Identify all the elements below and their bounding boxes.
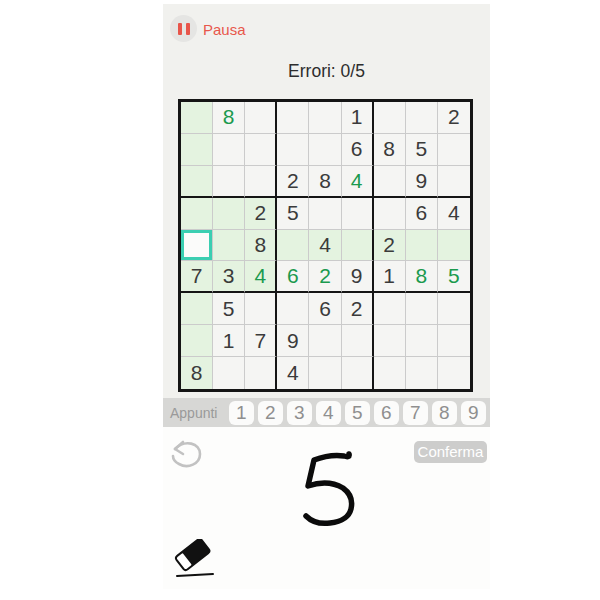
cell-r4c6[interactable]: [342, 198, 374, 230]
cell-r4c7[interactable]: [374, 198, 406, 230]
number-button-1[interactable]: 1: [229, 401, 255, 425]
cell-r8c1[interactable]: [181, 325, 213, 357]
cell-digit: 4: [319, 233, 331, 257]
cell-digit: 4: [254, 264, 266, 288]
cell-r5c2[interactable]: [213, 230, 245, 262]
cell-r7c8[interactable]: [406, 293, 438, 325]
cell-r7c4[interactable]: [277, 293, 309, 325]
cell-r2c2[interactable]: [213, 134, 245, 166]
cell-digit: 8: [254, 233, 266, 257]
cell-r4c9[interactable]: 4: [438, 198, 470, 230]
cell-digit: 9: [351, 264, 363, 288]
number-button-7[interactable]: 7: [403, 401, 429, 425]
cell-digit: 6: [351, 137, 363, 161]
cell-r3c9[interactable]: [438, 166, 470, 198]
cell-r5c5[interactable]: 4: [309, 230, 341, 262]
cell-digit: 4: [351, 169, 363, 193]
cell-r2c1[interactable]: [181, 134, 213, 166]
cell-r9c6[interactable]: [342, 357, 374, 389]
cell-r5c9[interactable]: [438, 230, 470, 262]
errors-counter: Errori: 0/5: [163, 62, 490, 80]
cell-r7c1[interactable]: [181, 293, 213, 325]
cell-digit: 6: [287, 264, 299, 288]
cell-digit: 8: [383, 137, 395, 161]
cell-r7c9[interactable]: [438, 293, 470, 325]
cell-digit: 4: [448, 201, 460, 225]
cell-r8c7[interactable]: [374, 325, 406, 357]
number-bar: Appunti 123456789: [163, 398, 490, 427]
cell-r6c3[interactable]: 4: [245, 261, 277, 293]
board-section: Pausa Errori: 0/5 8126852849256484273462…: [163, 4, 490, 398]
number-button-6[interactable]: 6: [374, 401, 400, 425]
cell-r3c1[interactable]: [181, 166, 213, 198]
cell-r2c8[interactable]: 5: [406, 134, 438, 166]
cell-r9c7[interactable]: [374, 357, 406, 389]
notes-toggle[interactable]: Appunti: [170, 405, 217, 421]
undo-icon[interactable]: [169, 437, 203, 469]
pause-button[interactable]: [170, 15, 197, 42]
cell-r3c4[interactable]: 2: [277, 166, 309, 198]
cell-digit: 5: [415, 137, 427, 161]
cell-r2c9[interactable]: [438, 134, 470, 166]
cell-r4c4[interactable]: 5: [277, 198, 309, 230]
cell-digit: 8: [191, 361, 203, 385]
cell-r9c3[interactable]: [245, 357, 277, 389]
cell-r3c8[interactable]: 9: [406, 166, 438, 198]
cell-r9c1[interactable]: 8: [181, 357, 213, 389]
confirm-button[interactable]: Conferma: [414, 441, 487, 463]
cell-digit: 2: [254, 201, 266, 225]
cell-r6c5[interactable]: 2: [309, 261, 341, 293]
sudoku-app: Pausa Errori: 0/5 8126852849256484273462…: [163, 4, 490, 589]
number-button-9[interactable]: 9: [461, 401, 487, 425]
cell-digit: 1: [351, 105, 363, 129]
pause-icon: [178, 23, 182, 35]
cell-r8c8[interactable]: [406, 325, 438, 357]
cell-r4c3[interactable]: 2: [245, 198, 277, 230]
cell-r1c3[interactable]: [245, 102, 277, 134]
cell-r3c7[interactable]: [374, 166, 406, 198]
number-button-2[interactable]: 2: [258, 401, 284, 425]
cell-digit: 8: [223, 105, 235, 129]
cell-digit: 5: [287, 201, 299, 225]
cell-r5c3[interactable]: 8: [245, 230, 277, 262]
cell-r4c1[interactable]: [181, 198, 213, 230]
cell-digit: 2: [383, 233, 395, 257]
cell-r1c2[interactable]: 8: [213, 102, 245, 134]
cell-digit: 6: [319, 297, 331, 321]
cell-r6c6[interactable]: 9: [342, 261, 374, 293]
cell-r8c4[interactable]: 9: [277, 325, 309, 357]
cell-r5c6[interactable]: [342, 230, 374, 262]
cell-r5c1[interactable]: [181, 230, 213, 262]
cell-digit: 9: [415, 169, 427, 193]
cell-r9c8[interactable]: [406, 357, 438, 389]
cell-digit: 8: [319, 169, 331, 193]
cell-r9c4[interactable]: 4: [277, 357, 309, 389]
cell-r1c6[interactable]: 1: [342, 102, 374, 134]
cell-r5c8[interactable]: [406, 230, 438, 262]
cell-r8c2[interactable]: 1: [213, 325, 245, 357]
cell-r5c4[interactable]: [277, 230, 309, 262]
cell-r9c9[interactable]: [438, 357, 470, 389]
cell-r8c9[interactable]: [438, 325, 470, 357]
cell-r1c5[interactable]: [309, 102, 341, 134]
cell-r6c7[interactable]: 1: [374, 261, 406, 293]
cell-digit: 8: [415, 264, 427, 288]
cell-r9c5[interactable]: [309, 357, 341, 389]
cell-r2c3[interactable]: [245, 134, 277, 166]
cell-r7c5[interactable]: 6: [309, 293, 341, 325]
cell-r8c6[interactable]: [342, 325, 374, 357]
pause-label[interactable]: Pausa: [203, 21, 246, 38]
cell-r8c5[interactable]: [309, 325, 341, 357]
cell-r1c4[interactable]: [277, 102, 309, 134]
cell-digit: 4: [287, 361, 299, 385]
handwriting-panel[interactable]: Conferma: [163, 427, 490, 589]
number-button-3[interactable]: 3: [287, 401, 313, 425]
cell-digit: 5: [448, 264, 460, 288]
cell-r1c9[interactable]: 2: [438, 102, 470, 134]
cell-r7c6[interactable]: 2: [342, 293, 374, 325]
number-button-5[interactable]: 5: [345, 401, 371, 425]
number-buttons: 123456789: [229, 401, 487, 425]
cell-r2c5[interactable]: [309, 134, 341, 166]
cell-digit: 2: [287, 169, 299, 193]
cell-digit: 2: [448, 105, 460, 129]
number-button-4[interactable]: 4: [316, 401, 342, 425]
cell-r5c7[interactable]: 2: [374, 230, 406, 262]
cell-digit: 2: [351, 297, 363, 321]
number-button-8[interactable]: 8: [432, 401, 458, 425]
cell-r2c4[interactable]: [277, 134, 309, 166]
cell-r1c8[interactable]: [406, 102, 438, 134]
cell-digit: 1: [383, 264, 395, 288]
cell-digit: 6: [415, 201, 427, 225]
cell-digit: 3: [223, 264, 235, 288]
cell-digit: 7: [191, 264, 203, 288]
cell-r6c1[interactable]: 7: [181, 261, 213, 293]
cell-digit: 1: [223, 329, 235, 353]
cell-r3c3[interactable]: [245, 166, 277, 198]
cell-r4c2[interactable]: [213, 198, 245, 230]
cell-r6c9[interactable]: 5: [438, 261, 470, 293]
cell-r4c5[interactable]: [309, 198, 341, 230]
eraser-icon[interactable]: [173, 539, 217, 581]
cell-digit: 7: [254, 329, 266, 353]
cell-r7c7[interactable]: [374, 293, 406, 325]
cell-r2c7[interactable]: 8: [374, 134, 406, 166]
pause-icon: [186, 23, 190, 35]
cell-r7c2[interactable]: 5: [213, 293, 245, 325]
cell-r6c4[interactable]: 6: [277, 261, 309, 293]
cell-r1c1[interactable]: [181, 102, 213, 134]
cell-r7c3[interactable]: [245, 293, 277, 325]
cell-r2c6[interactable]: 6: [342, 134, 374, 166]
cell-digit: 2: [319, 264, 331, 288]
sudoku-board: 8126852849256484273462918556217984: [178, 99, 473, 392]
cell-r6c2[interactable]: 3: [213, 261, 245, 293]
cell-r3c6[interactable]: 4: [342, 166, 374, 198]
cell-r4c8[interactable]: 6: [406, 198, 438, 230]
cell-r8c3[interactable]: 7: [245, 325, 277, 357]
cell-r3c2[interactable]: [213, 166, 245, 198]
cell-r3c5[interactable]: 8: [309, 166, 341, 198]
cell-r6c8[interactable]: 8: [406, 261, 438, 293]
cell-digit: 5: [223, 297, 235, 321]
cell-r9c2[interactable]: [213, 357, 245, 389]
cell-r1c7[interactable]: [374, 102, 406, 134]
cell-digit: 9: [287, 329, 299, 353]
